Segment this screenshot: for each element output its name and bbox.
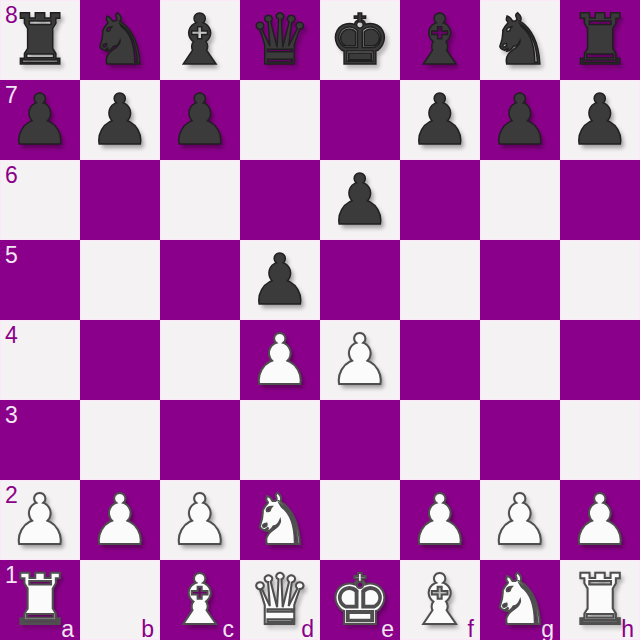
piece-white-queen[interactable]: ♛ [240, 560, 320, 640]
square-c4[interactable] [160, 320, 240, 400]
rank-label-6: 6 [5, 164, 18, 187]
square-a8[interactable]: 8♜ [0, 0, 80, 80]
square-c2[interactable]: ♟ [160, 480, 240, 560]
square-a5[interactable]: 5 [0, 240, 80, 320]
piece-white-pawn[interactable]: ♟ [240, 320, 320, 400]
square-f8[interactable]: ♝ [400, 0, 480, 80]
square-d5[interactable]: ♟ [240, 240, 320, 320]
piece-black-pawn[interactable]: ♟ [480, 80, 560, 160]
square-a2[interactable]: 2♟ [0, 480, 80, 560]
piece-black-pawn[interactable]: ♟ [240, 240, 320, 320]
square-f3[interactable] [400, 400, 480, 480]
piece-black-pawn[interactable]: ♟ [80, 80, 160, 160]
chess-board: 8♜♞♝♛♚♝♞♜7♟♟♟♟♟♟6♟5♟4♟♟32♟♟♟♞♟♟♟1a♜bc♝d♛… [0, 0, 640, 640]
piece-white-rook[interactable]: ♜ [560, 560, 640, 640]
square-h2[interactable]: ♟ [560, 480, 640, 560]
square-c7[interactable]: ♟ [160, 80, 240, 160]
square-d1[interactable]: d♛ [240, 560, 320, 640]
square-g8[interactable]: ♞ [480, 0, 560, 80]
square-e8[interactable]: ♚ [320, 0, 400, 80]
piece-white-pawn[interactable]: ♟ [400, 480, 480, 560]
square-d6[interactable] [240, 160, 320, 240]
square-h1[interactable]: h♜ [560, 560, 640, 640]
square-f2[interactable]: ♟ [400, 480, 480, 560]
piece-white-pawn[interactable]: ♟ [80, 480, 160, 560]
square-b6[interactable] [80, 160, 160, 240]
piece-white-bishop[interactable]: ♝ [400, 560, 480, 640]
piece-white-pawn[interactable]: ♟ [480, 480, 560, 560]
piece-white-pawn[interactable]: ♟ [0, 480, 80, 560]
square-b3[interactable] [80, 400, 160, 480]
piece-black-bishop[interactable]: ♝ [160, 0, 240, 80]
square-h4[interactable] [560, 320, 640, 400]
square-f5[interactable] [400, 240, 480, 320]
piece-black-bishop[interactable]: ♝ [400, 0, 480, 80]
piece-white-pawn[interactable]: ♟ [320, 320, 400, 400]
square-f1[interactable]: f♝ [400, 560, 480, 640]
rank-label-5: 5 [5, 244, 18, 267]
square-d4[interactable]: ♟ [240, 320, 320, 400]
square-f6[interactable] [400, 160, 480, 240]
square-b5[interactable] [80, 240, 160, 320]
rank-label-4: 4 [5, 324, 18, 347]
square-a1[interactable]: 1a♜ [0, 560, 80, 640]
piece-white-king[interactable]: ♚ [320, 560, 400, 640]
square-g1[interactable]: g♞ [480, 560, 560, 640]
square-e5[interactable] [320, 240, 400, 320]
piece-black-rook[interactable]: ♜ [0, 0, 80, 80]
piece-black-pawn[interactable]: ♟ [0, 80, 80, 160]
square-a3[interactable]: 3 [0, 400, 80, 480]
square-h6[interactable] [560, 160, 640, 240]
square-b1[interactable]: b [80, 560, 160, 640]
square-g4[interactable] [480, 320, 560, 400]
square-h8[interactable]: ♜ [560, 0, 640, 80]
square-c3[interactable] [160, 400, 240, 480]
square-g7[interactable]: ♟ [480, 80, 560, 160]
square-d7[interactable] [240, 80, 320, 160]
piece-white-knight[interactable]: ♞ [240, 480, 320, 560]
piece-black-king[interactable]: ♚ [320, 0, 400, 80]
square-a6[interactable]: 6 [0, 160, 80, 240]
square-d2[interactable]: ♞ [240, 480, 320, 560]
piece-white-bishop[interactable]: ♝ [160, 560, 240, 640]
piece-black-pawn[interactable]: ♟ [320, 160, 400, 240]
piece-black-queen[interactable]: ♛ [240, 0, 320, 80]
square-c6[interactable] [160, 160, 240, 240]
square-g6[interactable] [480, 160, 560, 240]
square-e2[interactable] [320, 480, 400, 560]
square-a4[interactable]: 4 [0, 320, 80, 400]
square-e3[interactable] [320, 400, 400, 480]
piece-white-rook[interactable]: ♜ [0, 560, 80, 640]
square-b4[interactable] [80, 320, 160, 400]
square-a7[interactable]: 7♟ [0, 80, 80, 160]
square-h3[interactable] [560, 400, 640, 480]
square-d8[interactable]: ♛ [240, 0, 320, 80]
square-d3[interactable] [240, 400, 320, 480]
square-c1[interactable]: c♝ [160, 560, 240, 640]
piece-black-knight[interactable]: ♞ [480, 0, 560, 80]
piece-black-pawn[interactable]: ♟ [560, 80, 640, 160]
piece-black-knight[interactable]: ♞ [80, 0, 160, 80]
square-e6[interactable]: ♟ [320, 160, 400, 240]
square-h5[interactable] [560, 240, 640, 320]
square-e4[interactable]: ♟ [320, 320, 400, 400]
square-g2[interactable]: ♟ [480, 480, 560, 560]
square-b2[interactable]: ♟ [80, 480, 160, 560]
square-g3[interactable] [480, 400, 560, 480]
square-b7[interactable]: ♟ [80, 80, 160, 160]
file-label-b: b [141, 618, 154, 640]
rank-label-3: 3 [5, 404, 18, 427]
square-e1[interactable]: e♚ [320, 560, 400, 640]
piece-white-pawn[interactable]: ♟ [560, 480, 640, 560]
piece-black-pawn[interactable]: ♟ [160, 80, 240, 160]
square-e7[interactable] [320, 80, 400, 160]
square-c8[interactable]: ♝ [160, 0, 240, 80]
square-f4[interactable] [400, 320, 480, 400]
piece-black-pawn[interactable]: ♟ [400, 80, 480, 160]
piece-white-knight[interactable]: ♞ [480, 560, 560, 640]
square-b8[interactable]: ♞ [80, 0, 160, 80]
square-g5[interactable] [480, 240, 560, 320]
square-f7[interactable]: ♟ [400, 80, 480, 160]
piece-black-rook[interactable]: ♜ [560, 0, 640, 80]
square-c5[interactable] [160, 240, 240, 320]
piece-white-pawn[interactable]: ♟ [160, 480, 240, 560]
square-h7[interactable]: ♟ [560, 80, 640, 160]
